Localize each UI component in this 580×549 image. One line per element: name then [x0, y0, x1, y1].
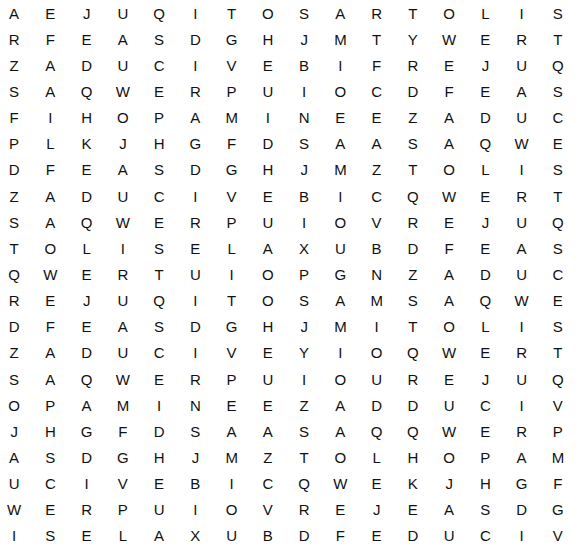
cell-r15c11[interactable]: U [359, 366, 395, 392]
cell-r21c14[interactable]: C [467, 523, 503, 549]
cell-r21c8[interactable]: B [250, 523, 286, 549]
cell-r19c8[interactable]: C [250, 471, 286, 497]
cell-r19c2[interactable]: C [32, 471, 68, 497]
cell-r9c6[interactable]: R [177, 209, 213, 235]
cell-r7c10[interactable]: M [322, 157, 358, 183]
cell-r21c13[interactable]: U [431, 523, 467, 549]
cell-r20c7[interactable]: O [214, 497, 250, 523]
cell-r9c14[interactable]: J [467, 209, 503, 235]
cell-r7c11[interactable]: Z [359, 157, 395, 183]
cell-r13c11[interactable]: I [359, 314, 395, 340]
cell-r20c1[interactable]: W [0, 497, 32, 523]
cell-r21c9[interactable]: D [286, 523, 322, 549]
cell-r10c9[interactable]: X [286, 235, 322, 261]
cell-r20c12[interactable]: E [395, 497, 431, 523]
cell-r6c3[interactable]: K [69, 131, 105, 157]
cell-r1c13[interactable]: O [431, 0, 467, 26]
cell-r16c7[interactable]: E [214, 392, 250, 418]
cell-r5c11[interactable]: E [359, 105, 395, 131]
cell-r1c4[interactable]: U [105, 0, 141, 26]
cell-r3c3[interactable]: D [69, 52, 105, 78]
cell-r8c15[interactable]: R [504, 183, 540, 209]
cell-r19c10[interactable]: W [322, 471, 358, 497]
cell-r20c3[interactable]: R [69, 497, 105, 523]
cell-r12c8[interactable]: O [250, 288, 286, 314]
cell-r6c8[interactable]: D [250, 131, 286, 157]
cell-r15c12[interactable]: R [395, 366, 431, 392]
cell-r13c16[interactable]: S [540, 314, 576, 340]
cell-r20c5[interactable]: U [141, 497, 177, 523]
cell-r9c10[interactable]: O [322, 209, 358, 235]
cell-r14c12[interactable]: Q [395, 340, 431, 366]
cell-r11c9[interactable]: P [286, 261, 322, 287]
cell-r21c1[interactable]: I [0, 523, 32, 549]
cell-r12c5[interactable]: Q [141, 288, 177, 314]
cell-r5c7[interactable]: M [214, 105, 250, 131]
cell-r7c16[interactable]: S [540, 157, 576, 183]
cell-r15c2[interactable]: A [32, 366, 68, 392]
cell-r9c3[interactable]: Q [69, 209, 105, 235]
cell-r17c11[interactable]: Q [359, 418, 395, 444]
cell-r10c1[interactable]: T [0, 235, 32, 261]
cell-r16c3[interactable]: A [69, 392, 105, 418]
cell-r21c7[interactable]: U [214, 523, 250, 549]
cell-r18c3[interactable]: D [69, 444, 105, 470]
cell-r19c16[interactable]: F [540, 471, 576, 497]
cell-r16c9[interactable]: Z [286, 392, 322, 418]
cell-r8c16[interactable]: T [540, 183, 576, 209]
cell-r10c8[interactable]: A [250, 235, 286, 261]
cell-r18c7[interactable]: M [214, 444, 250, 470]
cell-r11c6[interactable]: U [177, 261, 213, 287]
cell-r13c13[interactable]: O [431, 314, 467, 340]
cell-r2c11[interactable]: T [359, 26, 395, 52]
cell-r19c12[interactable]: K [395, 471, 431, 497]
cell-r9c12[interactable]: R [395, 209, 431, 235]
cell-r2c15[interactable]: R [504, 26, 540, 52]
cell-r1c6[interactable]: I [177, 0, 213, 26]
cell-r3c16[interactable]: Q [540, 52, 576, 78]
cell-r17c14[interactable]: E [467, 418, 503, 444]
cell-r10c14[interactable]: E [467, 235, 503, 261]
cell-r8c2[interactable]: A [32, 183, 68, 209]
cell-r1c5[interactable]: Q [141, 0, 177, 26]
cell-r9c11[interactable]: V [359, 209, 395, 235]
cell-r14c3[interactable]: D [69, 340, 105, 366]
cell-r10c11[interactable]: B [359, 235, 395, 261]
cell-r6c12[interactable]: S [395, 131, 431, 157]
cell-r2c10[interactable]: M [322, 26, 358, 52]
cell-r3c13[interactable]: E [431, 52, 467, 78]
cell-r5c10[interactable]: E [322, 105, 358, 131]
cell-r3c15[interactable]: U [504, 52, 540, 78]
cell-r4c9[interactable]: I [286, 78, 322, 104]
cell-r15c13[interactable]: E [431, 366, 467, 392]
cell-r15c14[interactable]: J [467, 366, 503, 392]
cell-r18c16[interactable]: M [540, 444, 576, 470]
cell-r7c12[interactable]: T [395, 157, 431, 183]
cell-r8c11[interactable]: C [359, 183, 395, 209]
cell-r9c2[interactable]: A [32, 209, 68, 235]
cell-r18c2[interactable]: S [32, 444, 68, 470]
cell-r4c2[interactable]: A [32, 78, 68, 104]
cell-r4c4[interactable]: W [105, 78, 141, 104]
cell-r18c15[interactable]: A [504, 444, 540, 470]
cell-r20c8[interactable]: V [250, 497, 286, 523]
cell-r6c10[interactable]: A [322, 131, 358, 157]
cell-r16c2[interactable]: P [32, 392, 68, 418]
cell-r16c15[interactable]: I [504, 392, 540, 418]
cell-r19c1[interactable]: U [0, 471, 32, 497]
cell-r15c10[interactable]: O [322, 366, 358, 392]
cell-r12c10[interactable]: A [322, 288, 358, 314]
cell-r10c4[interactable]: I [105, 235, 141, 261]
cell-r5c6[interactable]: A [177, 105, 213, 131]
cell-r12c4[interactable]: U [105, 288, 141, 314]
cell-r1c15[interactable]: I [504, 0, 540, 26]
cell-r3c9[interactable]: B [286, 52, 322, 78]
cell-r11c12[interactable]: Z [395, 261, 431, 287]
cell-r12c13[interactable]: A [431, 288, 467, 314]
cell-r11c16[interactable]: C [540, 261, 576, 287]
cell-r14c11[interactable]: O [359, 340, 395, 366]
cell-r15c6[interactable]: R [177, 366, 213, 392]
cell-r1c10[interactable]: A [322, 0, 358, 26]
cell-r3c6[interactable]: I [177, 52, 213, 78]
cell-r4c1[interactable]: S [0, 78, 32, 104]
cell-r6c7[interactable]: F [214, 131, 250, 157]
cell-r2c3[interactable]: E [69, 26, 105, 52]
cell-r17c6[interactable]: S [177, 418, 213, 444]
cell-r5c15[interactable]: U [504, 105, 540, 131]
cell-r18c14[interactable]: P [467, 444, 503, 470]
cell-r15c5[interactable]: E [141, 366, 177, 392]
cell-r3c2[interactable]: A [32, 52, 68, 78]
cell-r7c13[interactable]: O [431, 157, 467, 183]
cell-r14c4[interactable]: U [105, 340, 141, 366]
cell-r12c16[interactable]: E [540, 288, 576, 314]
cell-r12c2[interactable]: E [32, 288, 68, 314]
cell-r2c1[interactable]: R [0, 26, 32, 52]
cell-r6c6[interactable]: G [177, 131, 213, 157]
cell-r16c10[interactable]: A [322, 392, 358, 418]
cell-r11c4[interactable]: R [105, 261, 141, 287]
cell-r14c5[interactable]: C [141, 340, 177, 366]
cell-r8c12[interactable]: Q [395, 183, 431, 209]
cell-r9c4[interactable]: W [105, 209, 141, 235]
cell-r3c10[interactable]: I [322, 52, 358, 78]
cell-r11c3[interactable]: E [69, 261, 105, 287]
cell-r18c1[interactable]: A [0, 444, 32, 470]
cell-r15c16[interactable]: Q [540, 366, 576, 392]
cell-r15c8[interactable]: U [250, 366, 286, 392]
cell-r1c1[interactable]: A [0, 0, 32, 26]
cell-r10c16[interactable]: S [540, 235, 576, 261]
cell-r13c15[interactable]: I [504, 314, 540, 340]
cell-r13c3[interactable]: E [69, 314, 105, 340]
cell-r13c8[interactable]: H [250, 314, 286, 340]
cell-r21c3[interactable]: E [69, 523, 105, 549]
cell-r8c9[interactable]: B [286, 183, 322, 209]
cell-r17c15[interactable]: R [504, 418, 540, 444]
cell-r4c3[interactable]: Q [69, 78, 105, 104]
cell-r15c3[interactable]: Q [69, 366, 105, 392]
cell-r3c1[interactable]: Z [0, 52, 32, 78]
cell-r8c5[interactable]: C [141, 183, 177, 209]
cell-r13c14[interactable]: L [467, 314, 503, 340]
cell-r19c11[interactable]: E [359, 471, 395, 497]
cell-r10c2[interactable]: O [32, 235, 68, 261]
cell-r13c4[interactable]: A [105, 314, 141, 340]
cell-r10c10[interactable]: U [322, 235, 358, 261]
cell-r1c16[interactable]: S [540, 0, 576, 26]
cell-r7c7[interactable]: G [214, 157, 250, 183]
cell-r11c5[interactable]: T [141, 261, 177, 287]
cell-r19c3[interactable]: I [69, 471, 105, 497]
cell-r20c11[interactable]: J [359, 497, 395, 523]
cell-r10c5[interactable]: S [141, 235, 177, 261]
cell-r20c4[interactable]: P [105, 497, 141, 523]
cell-r5c3[interactable]: H [69, 105, 105, 131]
cell-r18c6[interactable]: J [177, 444, 213, 470]
cell-r12c11[interactable]: M [359, 288, 395, 314]
cell-r5c9[interactable]: N [286, 105, 322, 131]
cell-r4c12[interactable]: D [395, 78, 431, 104]
cell-r17c8[interactable]: A [250, 418, 286, 444]
cell-r12c15[interactable]: W [504, 288, 540, 314]
cell-r8c1[interactable]: Z [0, 183, 32, 209]
cell-r7c2[interactable]: F [32, 157, 68, 183]
cell-r12c14[interactable]: Q [467, 288, 503, 314]
cell-r16c16[interactable]: V [540, 392, 576, 418]
cell-r3c7[interactable]: V [214, 52, 250, 78]
cell-r21c12[interactable]: D [395, 523, 431, 549]
cell-r11c8[interactable]: O [250, 261, 286, 287]
cell-r9c7[interactable]: P [214, 209, 250, 235]
cell-r17c1[interactable]: J [0, 418, 32, 444]
cell-r1c7[interactable]: T [214, 0, 250, 26]
cell-r12c3[interactable]: J [69, 288, 105, 314]
cell-r7c4[interactable]: A [105, 157, 141, 183]
cell-r4c16[interactable]: S [540, 78, 576, 104]
cell-r20c6[interactable]: I [177, 497, 213, 523]
cell-r16c11[interactable]: D [359, 392, 395, 418]
cell-r13c12[interactable]: T [395, 314, 431, 340]
cell-r13c1[interactable]: D [0, 314, 32, 340]
cell-r19c9[interactable]: Q [286, 471, 322, 497]
cell-r10c3[interactable]: L [69, 235, 105, 261]
cell-r17c7[interactable]: A [214, 418, 250, 444]
cell-r6c15[interactable]: W [504, 131, 540, 157]
cell-r2c12[interactable]: Y [395, 26, 431, 52]
cell-r1c9[interactable]: S [286, 0, 322, 26]
cell-r13c9[interactable]: J [286, 314, 322, 340]
cell-r4c11[interactable]: C [359, 78, 395, 104]
cell-r5c12[interactable]: Z [395, 105, 431, 131]
cell-r12c6[interactable]: I [177, 288, 213, 314]
cell-r16c5[interactable]: I [141, 392, 177, 418]
cell-r1c14[interactable]: L [467, 0, 503, 26]
cell-r12c7[interactable]: T [214, 288, 250, 314]
cell-r8c14[interactable]: E [467, 183, 503, 209]
cell-r19c6[interactable]: B [177, 471, 213, 497]
cell-r17c4[interactable]: F [105, 418, 141, 444]
cell-r16c8[interactable]: E [250, 392, 286, 418]
cell-r8c4[interactable]: U [105, 183, 141, 209]
cell-r18c8[interactable]: Z [250, 444, 286, 470]
cell-r19c4[interactable]: V [105, 471, 141, 497]
cell-r16c1[interactable]: O [0, 392, 32, 418]
cell-r6c11[interactable]: A [359, 131, 395, 157]
cell-r13c6[interactable]: D [177, 314, 213, 340]
cell-r7c9[interactable]: J [286, 157, 322, 183]
cell-r21c15[interactable]: I [504, 523, 540, 549]
cell-r8c10[interactable]: I [322, 183, 358, 209]
cell-r6c1[interactable]: P [0, 131, 32, 157]
cell-r6c14[interactable]: Q [467, 131, 503, 157]
cell-r17c9[interactable]: S [286, 418, 322, 444]
cell-r6c4[interactable]: J [105, 131, 141, 157]
cell-r6c9[interactable]: S [286, 131, 322, 157]
cell-r18c11[interactable]: L [359, 444, 395, 470]
cell-r20c10[interactable]: E [322, 497, 358, 523]
cell-r14c14[interactable]: E [467, 340, 503, 366]
cell-r7c1[interactable]: D [0, 157, 32, 183]
cell-r5c2[interactable]: I [32, 105, 68, 131]
cell-r14c15[interactable]: R [504, 340, 540, 366]
cell-r5c8[interactable]: I [250, 105, 286, 131]
cell-r10c13[interactable]: F [431, 235, 467, 261]
cell-r2c6[interactable]: D [177, 26, 213, 52]
cell-r21c5[interactable]: A [141, 523, 177, 549]
cell-r20c16[interactable]: G [540, 497, 576, 523]
cell-r2c7[interactable]: G [214, 26, 250, 52]
cell-r6c16[interactable]: E [540, 131, 576, 157]
cell-r5c14[interactable]: D [467, 105, 503, 131]
cell-r9c1[interactable]: S [0, 209, 32, 235]
cell-r21c2[interactable]: S [32, 523, 68, 549]
cell-r15c9[interactable]: I [286, 366, 322, 392]
cell-r14c1[interactable]: Z [0, 340, 32, 366]
cell-r4c7[interactable]: P [214, 78, 250, 104]
cell-r6c13[interactable]: A [431, 131, 467, 157]
cell-r13c7[interactable]: G [214, 314, 250, 340]
cell-r10c7[interactable]: L [214, 235, 250, 261]
cell-r4c5[interactable]: E [141, 78, 177, 104]
cell-r11c1[interactable]: Q [0, 261, 32, 287]
cell-r7c14[interactable]: L [467, 157, 503, 183]
cell-r11c15[interactable]: U [504, 261, 540, 287]
cell-r21c16[interactable]: V [540, 523, 576, 549]
cell-r4c6[interactable]: R [177, 78, 213, 104]
cell-r2c2[interactable]: F [32, 26, 68, 52]
cell-r18c10[interactable]: O [322, 444, 358, 470]
cell-r19c7[interactable]: I [214, 471, 250, 497]
cell-r20c15[interactable]: D [504, 497, 540, 523]
cell-r3c14[interactable]: J [467, 52, 503, 78]
cell-r11c13[interactable]: A [431, 261, 467, 287]
cell-r8c8[interactable]: E [250, 183, 286, 209]
cell-r18c4[interactable]: G [105, 444, 141, 470]
cell-r7c15[interactable]: I [504, 157, 540, 183]
cell-r17c10[interactable]: A [322, 418, 358, 444]
cell-r12c9[interactable]: S [286, 288, 322, 314]
cell-r7c3[interactable]: E [69, 157, 105, 183]
cell-r8c13[interactable]: W [431, 183, 467, 209]
cell-r14c6[interactable]: I [177, 340, 213, 366]
cell-r15c15[interactable]: U [504, 366, 540, 392]
cell-r20c2[interactable]: E [32, 497, 68, 523]
cell-r4c14[interactable]: E [467, 78, 503, 104]
cell-r16c14[interactable]: C [467, 392, 503, 418]
cell-r17c5[interactable]: D [141, 418, 177, 444]
cell-r7c5[interactable]: S [141, 157, 177, 183]
cell-r15c7[interactable]: P [214, 366, 250, 392]
cell-r4c10[interactable]: O [322, 78, 358, 104]
cell-r8c3[interactable]: D [69, 183, 105, 209]
cell-r13c5[interactable]: S [141, 314, 177, 340]
cell-r11c10[interactable]: G [322, 261, 358, 287]
cell-r14c2[interactable]: A [32, 340, 68, 366]
cell-r4c13[interactable]: F [431, 78, 467, 104]
cell-r9c9[interactable]: I [286, 209, 322, 235]
cell-r18c13[interactable]: O [431, 444, 467, 470]
cell-r5c4[interactable]: O [105, 105, 141, 131]
cell-r13c10[interactable]: M [322, 314, 358, 340]
cell-r1c3[interactable]: J [69, 0, 105, 26]
cell-r21c4[interactable]: L [105, 523, 141, 549]
cell-r1c2[interactable]: E [32, 0, 68, 26]
cell-r9c13[interactable]: E [431, 209, 467, 235]
cell-r3c12[interactable]: R [395, 52, 431, 78]
cell-r18c5[interactable]: H [141, 444, 177, 470]
cell-r8c6[interactable]: I [177, 183, 213, 209]
cell-r2c8[interactable]: H [250, 26, 286, 52]
cell-r11c11[interactable]: N [359, 261, 395, 287]
cell-r7c8[interactable]: H [250, 157, 286, 183]
cell-r12c1[interactable]: R [0, 288, 32, 314]
cell-r1c8[interactable]: O [250, 0, 286, 26]
cell-r20c14[interactable]: S [467, 497, 503, 523]
cell-r14c8[interactable]: E [250, 340, 286, 366]
cell-r17c3[interactable]: G [69, 418, 105, 444]
cell-r11c7[interactable]: I [214, 261, 250, 287]
cell-r2c13[interactable]: W [431, 26, 467, 52]
cell-r9c16[interactable]: Q [540, 209, 576, 235]
cell-r2c5[interactable]: S [141, 26, 177, 52]
cell-r3c11[interactable]: F [359, 52, 395, 78]
cell-r12c12[interactable]: S [395, 288, 431, 314]
cell-r18c12[interactable]: H [395, 444, 431, 470]
cell-r11c2[interactable]: W [32, 261, 68, 287]
cell-r17c12[interactable]: Q [395, 418, 431, 444]
cell-r19c5[interactable]: E [141, 471, 177, 497]
cell-r13c2[interactable]: F [32, 314, 68, 340]
cell-r18c9[interactable]: T [286, 444, 322, 470]
cell-r2c4[interactable]: A [105, 26, 141, 52]
cell-r6c2[interactable]: L [32, 131, 68, 157]
cell-r5c5[interactable]: P [141, 105, 177, 131]
cell-r3c8[interactable]: E [250, 52, 286, 78]
cell-r14c9[interactable]: Y [286, 340, 322, 366]
cell-r21c10[interactable]: F [322, 523, 358, 549]
cell-r17c13[interactable]: W [431, 418, 467, 444]
cell-r14c16[interactable]: T [540, 340, 576, 366]
cell-r20c9[interactable]: R [286, 497, 322, 523]
cell-r7c6[interactable]: D [177, 157, 213, 183]
cell-r16c12[interactable]: D [395, 392, 431, 418]
cell-r6c5[interactable]: H [141, 131, 177, 157]
